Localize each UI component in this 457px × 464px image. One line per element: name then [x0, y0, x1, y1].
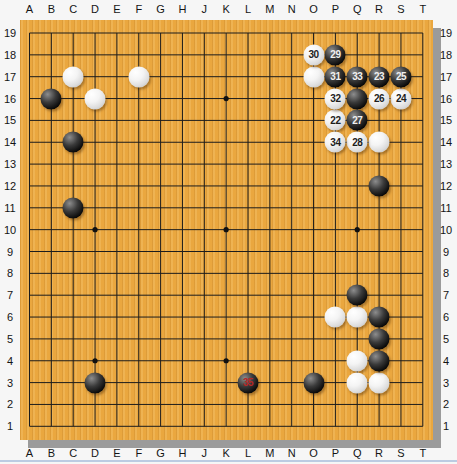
- col-label-top-A: A: [26, 4, 33, 15]
- col-label-bottom-M: M: [265, 448, 274, 459]
- move-number: 27: [352, 115, 362, 125]
- row-label-left-1: 1: [7, 421, 13, 432]
- col-label-bottom-P: P: [332, 448, 339, 459]
- stone-black-P18[interactable]: 29: [325, 44, 346, 65]
- col-label-bottom-K: K: [222, 448, 229, 459]
- row-label-left-6: 6: [7, 312, 13, 323]
- col-label-top-J: J: [202, 4, 208, 15]
- col-label-bottom-A: A: [26, 448, 33, 459]
- col-label-bottom-D: D: [91, 448, 99, 459]
- row-label-left-15: 15: [4, 115, 16, 126]
- col-label-top-S: S: [397, 4, 404, 15]
- row-label-right-8: 8: [443, 268, 449, 279]
- col-label-top-M: M: [265, 4, 274, 15]
- row-label-right-13: 13: [440, 159, 452, 170]
- row-label-right-5: 5: [443, 333, 449, 344]
- move-number: 28: [352, 137, 362, 147]
- stone-white-Q3[interactable]: [347, 372, 368, 393]
- row-label-left-9: 9: [7, 246, 13, 257]
- row-label-right-18: 18: [440, 49, 452, 60]
- move-number: 30: [308, 50, 318, 60]
- col-label-top-T: T: [419, 4, 426, 15]
- col-label-bottom-R: R: [375, 448, 383, 459]
- move-number: 23: [374, 72, 384, 82]
- row-label-left-12: 12: [4, 180, 16, 191]
- col-label-bottom-O: O: [309, 448, 318, 459]
- stone-white-Q6[interactable]: [347, 307, 368, 328]
- row-label-left-16: 16: [4, 93, 16, 104]
- stone-white-C17[interactable]: [63, 66, 84, 87]
- row-label-right-15: 15: [440, 115, 452, 126]
- row-label-right-3: 3: [443, 377, 449, 388]
- stone-black-B16[interactable]: [41, 88, 62, 109]
- col-label-top-K: K: [222, 4, 229, 15]
- row-label-left-14: 14: [4, 137, 16, 148]
- move-number: 32: [330, 94, 340, 104]
- col-label-top-E: E: [113, 4, 120, 15]
- row-label-left-13: 13: [4, 159, 16, 170]
- col-label-top-R: R: [375, 4, 383, 15]
- move-number: 31: [330, 72, 340, 82]
- row-label-left-4: 4: [7, 355, 13, 366]
- stone-white-O17[interactable]: [303, 66, 324, 87]
- row-label-right-10: 10: [440, 224, 452, 235]
- col-label-bottom-H: H: [178, 448, 186, 459]
- stone-white-P15[interactable]: 22: [325, 110, 346, 131]
- row-label-left-2: 2: [7, 399, 13, 410]
- stone-white-P6[interactable]: [325, 307, 346, 328]
- row-label-left-7: 7: [7, 290, 13, 301]
- col-label-top-G: G: [156, 4, 165, 15]
- stone-black-L3[interactable]: 35: [238, 372, 259, 393]
- col-label-bottom-C: C: [69, 448, 77, 459]
- stone-black-Q17[interactable]: 33: [347, 66, 368, 87]
- row-label-left-11: 11: [4, 202, 15, 213]
- col-label-bottom-E: E: [113, 448, 120, 459]
- col-label-top-Q: Q: [353, 4, 362, 15]
- col-label-bottom-S: S: [397, 448, 404, 459]
- col-label-top-C: C: [69, 4, 77, 15]
- row-label-right-6: 6: [443, 312, 449, 323]
- stone-black-R5[interactable]: [369, 328, 390, 349]
- col-label-top-B: B: [48, 4, 55, 15]
- row-label-left-18: 18: [4, 49, 16, 60]
- stone-white-P14[interactable]: 34: [325, 132, 346, 153]
- move-number: 35: [243, 378, 253, 388]
- row-label-right-12: 12: [440, 180, 452, 191]
- stone-black-Q7[interactable]: [347, 285, 368, 306]
- col-label-top-H: H: [178, 4, 186, 15]
- col-label-bottom-L: L: [245, 448, 251, 459]
- col-label-bottom-T: T: [419, 448, 426, 459]
- stone-black-S17[interactable]: 25: [390, 66, 411, 87]
- stone-black-R12[interactable]: [369, 175, 390, 196]
- col-label-bottom-G: G: [156, 448, 165, 459]
- col-label-top-L: L: [245, 4, 251, 15]
- stone-white-Q14[interactable]: 28: [347, 132, 368, 153]
- row-label-right-9: 9: [443, 246, 449, 257]
- row-label-right-11: 11: [440, 202, 451, 213]
- stone-black-C14[interactable]: [63, 132, 84, 153]
- row-label-right-14: 14: [440, 137, 452, 148]
- row-label-left-3: 3: [7, 377, 13, 388]
- stone-black-Q15[interactable]: 27: [347, 110, 368, 131]
- stone-black-D3[interactable]: [85, 372, 106, 393]
- row-label-right-16: 16: [440, 93, 452, 104]
- stone-white-F17[interactable]: [128, 66, 149, 87]
- stone-black-C11[interactable]: [63, 197, 84, 218]
- stone-black-Q16[interactable]: [347, 88, 368, 109]
- move-number: 26: [374, 94, 384, 104]
- row-label-left-5: 5: [7, 333, 13, 344]
- row-label-left-10: 10: [4, 224, 16, 235]
- row-label-right-1: 1: [443, 421, 449, 432]
- stone-white-O18[interactable]: 30: [303, 44, 324, 65]
- move-number: 33: [352, 72, 362, 82]
- col-label-bottom-B: B: [48, 448, 55, 459]
- stone-black-R6[interactable]: [369, 307, 390, 328]
- stone-white-R16[interactable]: 26: [369, 88, 390, 109]
- stone-white-D16[interactable]: [85, 88, 106, 109]
- col-label-bottom-J: J: [202, 448, 208, 459]
- row-label-left-8: 8: [7, 268, 13, 279]
- window-bottom-accent: [0, 460, 457, 462]
- stone-white-S16[interactable]: 24: [390, 88, 411, 109]
- stone-white-R14[interactable]: [369, 132, 390, 153]
- col-label-bottom-Q: Q: [353, 448, 362, 459]
- move-number: 24: [396, 94, 406, 104]
- move-number: 25: [396, 72, 406, 82]
- col-label-bottom-N: N: [288, 448, 296, 459]
- col-label-top-P: P: [332, 4, 339, 15]
- stone-black-R17[interactable]: 23: [369, 66, 390, 87]
- row-label-left-17: 17: [4, 71, 16, 82]
- col-label-bottom-F: F: [135, 448, 142, 459]
- row-label-right-19: 19: [440, 28, 452, 39]
- col-label-top-D: D: [91, 4, 99, 15]
- row-label-right-2: 2: [443, 399, 449, 410]
- stone-white-Q4[interactable]: [347, 350, 368, 371]
- col-label-top-N: N: [288, 4, 296, 15]
- move-number: 29: [330, 50, 340, 60]
- row-label-right-17: 17: [440, 71, 452, 82]
- col-label-top-O: O: [309, 4, 318, 15]
- stone-black-R4[interactable]: [369, 350, 390, 371]
- move-number: 22: [330, 115, 340, 125]
- row-label-right-7: 7: [443, 290, 449, 301]
- stone-white-R3[interactable]: [369, 372, 390, 393]
- row-label-right-4: 4: [443, 355, 449, 366]
- stone-black-P17[interactable]: 31: [325, 66, 346, 87]
- col-label-top-F: F: [135, 4, 142, 15]
- stone-white-P16[interactable]: 32: [325, 88, 346, 109]
- stone-black-O3[interactable]: [303, 372, 324, 393]
- row-label-left-19: 19: [4, 28, 16, 39]
- move-number: 34: [330, 137, 340, 147]
